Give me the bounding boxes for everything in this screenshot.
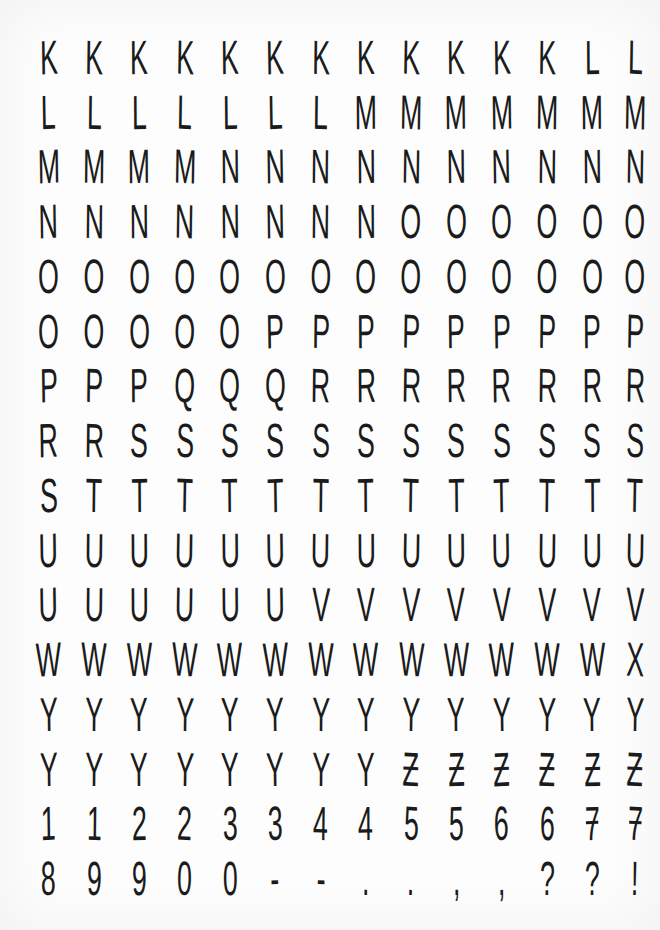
grid-cell: N <box>524 138 569 193</box>
grid-cell: U <box>253 521 298 576</box>
glyph: Y <box>130 691 148 739</box>
grid-cell: U <box>26 521 71 576</box>
glyph: Q <box>174 362 196 411</box>
grid-cell: 8 <box>26 849 71 904</box>
grid-cell: S <box>298 411 343 466</box>
glyph: ? <box>585 855 600 903</box>
glyph: V <box>626 581 645 630</box>
grid-cell: S <box>434 411 479 466</box>
grid-cell: Ƶ <box>479 740 524 795</box>
grid-cell: N <box>117 192 162 247</box>
glyph: N <box>356 143 376 191</box>
glyph: ? <box>539 855 555 904</box>
grid-cell: 0 <box>162 849 207 904</box>
glyph: Y <box>221 745 239 794</box>
grid-cell: U <box>207 521 252 576</box>
grid-cell: K <box>524 28 569 83</box>
glyph: Q <box>219 362 240 411</box>
glyph: T <box>266 471 283 520</box>
grid-cell: 4 <box>298 795 343 850</box>
glyph: Y <box>357 691 375 739</box>
grid-cell: T <box>253 466 298 521</box>
grid-cell: T <box>434 466 479 521</box>
glyph: M <box>581 88 604 136</box>
grid-cell: W <box>162 630 207 685</box>
grid-cell: , <box>479 849 524 904</box>
grid-cell: N <box>162 192 207 247</box>
glyph: T <box>86 471 103 520</box>
glyph: S <box>538 417 556 466</box>
glyph: K <box>492 33 511 82</box>
glyph: Y <box>39 690 58 739</box>
glyph: T <box>403 471 420 520</box>
glyph: M <box>83 143 106 192</box>
glyph: Y <box>266 745 285 794</box>
glyph: P <box>39 362 58 411</box>
grid-cell: R <box>524 357 569 412</box>
glyph: K <box>175 33 194 82</box>
glyph: O <box>582 198 603 246</box>
glyph: S <box>447 417 465 466</box>
grid-cell: N <box>253 138 298 193</box>
glyph: W <box>308 636 334 685</box>
grid-cell: 3 <box>253 795 298 850</box>
glyph: W <box>489 635 515 684</box>
grid-cell: O <box>655 247 660 302</box>
grid-cell: N <box>615 138 655 193</box>
grid-cell: 2 <box>162 795 207 850</box>
grid-cell: Y <box>207 740 252 795</box>
grid-cell: P <box>26 357 71 412</box>
glyph: Ƶ <box>627 745 644 794</box>
glyph: R <box>537 362 557 411</box>
grid-cell: O <box>343 247 388 302</box>
grid-cell: S <box>117 411 162 466</box>
glyph: V <box>492 581 511 630</box>
grid-cell: U <box>343 521 388 576</box>
grid-cell: W <box>26 630 71 685</box>
glyph: S <box>357 417 375 465</box>
grid-cell: S <box>253 411 298 466</box>
glyph: N <box>401 143 421 192</box>
grid-cell: M <box>479 83 524 138</box>
grid-cell: M <box>117 138 162 193</box>
grid-cell: K <box>298 28 343 83</box>
grid-cell: L <box>162 83 207 138</box>
glyph: Y <box>402 690 421 739</box>
glyph: 4 <box>358 800 373 848</box>
sticker-sheet: KKKKKKKKKKKKLLLLLLLLLLMMMMMMMMMMMMNNNNNN… <box>0 0 660 930</box>
grid-cell: R <box>71 411 116 466</box>
grid-cell: N <box>207 192 252 247</box>
grid-cell: 7 <box>570 795 615 850</box>
grid-cell: 4 <box>343 795 388 850</box>
glyph: W <box>262 635 288 684</box>
glyph: T <box>584 472 601 520</box>
glyph: O <box>446 252 467 301</box>
grid-cell: 7 <box>615 795 655 850</box>
grid-cell: W <box>389 630 434 685</box>
grid-cell: . <box>343 849 388 904</box>
glyph: K <box>447 33 465 82</box>
glyph: Ƶ <box>448 745 465 794</box>
glyph: O <box>624 197 646 246</box>
glyph: O <box>38 252 60 301</box>
glyph: S <box>583 417 601 465</box>
glyph: K <box>266 33 285 82</box>
glyph: U <box>175 526 195 575</box>
grid-cell: Y <box>343 685 388 740</box>
grid-cell: T <box>615 466 655 521</box>
grid-cell: Y <box>389 685 434 740</box>
grid-cell: P <box>479 302 524 357</box>
glyph: O <box>491 252 513 301</box>
glyph: W <box>353 636 379 685</box>
glyph: M <box>400 88 423 137</box>
grid-cell: U <box>71 521 116 576</box>
grid-cell: O <box>117 302 162 357</box>
glyph: U <box>356 526 376 574</box>
grid-cell: T <box>524 466 569 521</box>
grid-cell: S <box>207 411 252 466</box>
grid-cell: O <box>434 192 479 247</box>
grid-cell: Y <box>26 685 71 740</box>
grid-cell: , <box>434 849 479 904</box>
grid-cell: Y <box>253 685 298 740</box>
grid-cell: S <box>655 411 660 466</box>
grid-cell: U <box>655 521 660 576</box>
glyph: W <box>172 635 198 684</box>
grid-cell: M <box>655 83 660 138</box>
grid-cell: U <box>615 521 655 576</box>
grid-cell: N <box>434 138 479 193</box>
grid-cell: ? <box>524 849 569 904</box>
glyph: R <box>446 362 466 411</box>
glyph: 2 <box>132 800 147 848</box>
glyph: P <box>311 307 329 356</box>
glyph: L <box>177 88 193 137</box>
grid-cell: 9 <box>117 849 162 904</box>
grid-cell: M <box>389 83 434 138</box>
glyph: U <box>311 526 331 575</box>
grid-cell: T <box>570 466 615 521</box>
glyph: Y <box>175 745 194 794</box>
grid-cell: K <box>343 28 388 83</box>
glyph: Y <box>538 690 556 739</box>
grid-cell: V <box>655 576 660 631</box>
glyph: S <box>311 417 329 466</box>
grid-cell: 6 <box>524 795 569 850</box>
glyph: 3 <box>267 800 283 849</box>
grid-cell: K <box>479 28 524 83</box>
glyph: M <box>128 143 151 191</box>
glyph: Ƶ <box>584 745 601 793</box>
glyph: L <box>313 88 329 137</box>
grid-cell: K <box>253 28 298 83</box>
glyph: Y <box>492 690 511 739</box>
glyph: Y <box>626 690 645 739</box>
glyph: P <box>357 307 375 355</box>
grid-cell: L <box>207 83 252 138</box>
grid-cell: O <box>655 192 660 247</box>
grid-cell: ! <box>615 849 655 904</box>
glyph: O <box>264 252 286 301</box>
grid-cell: N <box>479 138 524 193</box>
glyph: 3 <box>222 800 237 848</box>
grid-cell: N <box>298 192 343 247</box>
glyph: W <box>35 635 61 684</box>
glyph: M <box>624 88 647 137</box>
grid-cell: Q <box>253 357 298 412</box>
glyph: M <box>354 88 377 136</box>
grid-cell: . <box>389 849 434 904</box>
grid-cell: U <box>570 521 615 576</box>
grid-cell: U <box>26 576 71 631</box>
grid-cell: Y <box>298 685 343 740</box>
glyph: N <box>175 198 195 247</box>
glyph: 6 <box>494 800 510 849</box>
grid-cell: U <box>162 576 207 631</box>
glyph: T <box>493 471 510 520</box>
grid-cell: K <box>26 28 71 83</box>
glyph: W <box>81 636 107 685</box>
glyph: U <box>84 526 104 575</box>
glyph: Y <box>357 745 375 793</box>
glyph: K <box>538 33 556 82</box>
grid-cell: P <box>615 302 655 357</box>
grid-cell: N <box>298 138 343 193</box>
glyph: 0 <box>177 855 193 904</box>
glyph: S <box>266 417 285 466</box>
glyph: W <box>443 636 469 685</box>
glyph: O <box>624 252 646 301</box>
glyph: U <box>401 526 421 575</box>
glyph: P <box>266 307 285 356</box>
grid-cell: L <box>117 83 162 138</box>
grid-cell: W <box>343 630 388 685</box>
glyph: U <box>175 581 195 630</box>
grid-cell: 9 <box>71 849 116 904</box>
glyph: Ƶ <box>493 745 510 794</box>
glyph: N <box>625 143 645 192</box>
glyph: O <box>83 307 104 356</box>
grid-cell: Y <box>162 685 207 740</box>
grid-cell: M <box>615 83 655 138</box>
glyph: T <box>357 472 374 520</box>
grid-cell: P <box>117 357 162 412</box>
glyph: M <box>37 143 60 192</box>
glyph: K <box>357 34 375 82</box>
grid-cell: Y <box>117 685 162 740</box>
grid-cell: N <box>389 138 434 193</box>
glyph: K <box>85 33 103 82</box>
grid-cell: W <box>524 630 569 685</box>
grid-cell: R <box>26 411 71 466</box>
glyph: M <box>173 143 196 192</box>
glyph: 9 <box>132 855 147 903</box>
grid-cell: M <box>343 83 388 138</box>
grid-cell: 5 <box>389 795 434 850</box>
grid-cell: K <box>207 28 252 83</box>
grid-cell: L <box>570 28 615 83</box>
grid-cell: 3 <box>207 795 252 850</box>
grid-cell: R <box>298 357 343 412</box>
glyph: O <box>219 252 240 301</box>
glyph: Y <box>175 690 194 739</box>
grid-cell: K <box>117 28 162 83</box>
glyph: S <box>626 417 645 466</box>
glyph: P <box>583 307 601 355</box>
glyph: V <box>583 581 601 629</box>
grid-cell: K <box>162 28 207 83</box>
glyph: N <box>582 143 602 191</box>
grid-cell: R <box>615 357 655 412</box>
grid-cell: ? <box>570 849 615 904</box>
grid-cell: R <box>434 357 479 412</box>
grid-cell: Y <box>655 685 660 740</box>
glyph: N <box>446 143 466 192</box>
grid-cell: L <box>71 83 116 138</box>
grid-cell: K <box>71 28 116 83</box>
grid-cell: L <box>26 83 71 138</box>
grid-cell: Ƶ <box>570 740 615 795</box>
grid-cell: K <box>434 28 479 83</box>
grid-cell: U <box>298 521 343 576</box>
glyph: Y <box>447 690 465 739</box>
grid-cell: - <box>253 849 298 904</box>
grid-cell: V <box>524 576 569 631</box>
glyph: T <box>131 472 148 520</box>
grid-cell: O <box>162 247 207 302</box>
glyph: P <box>85 362 103 411</box>
glyph: W <box>579 636 605 685</box>
glyph: P <box>402 307 421 356</box>
glyph: - <box>270 855 280 903</box>
grid-cell: V <box>343 576 388 631</box>
glyph: 1 <box>86 800 102 849</box>
grid-cell: O <box>71 247 116 302</box>
grid-cell: P <box>253 302 298 357</box>
glyph: T <box>448 471 465 520</box>
grid-cell: Ƶ <box>615 740 655 795</box>
grid-cell: Y <box>26 740 71 795</box>
grid-cell: N <box>343 192 388 247</box>
grid-cell: P <box>570 302 615 357</box>
grid-cell: M <box>71 138 116 193</box>
grid-cell: O <box>389 192 434 247</box>
glyph: K <box>130 34 148 82</box>
grid-cell: N <box>655 138 660 193</box>
grid-cell: R <box>389 357 434 412</box>
grid-cell: N <box>570 138 615 193</box>
glyph: Y <box>311 690 329 739</box>
glyph: N <box>356 198 376 246</box>
glyph: L <box>86 88 102 137</box>
glyph: S <box>221 417 239 466</box>
grid-cell: U <box>162 521 207 576</box>
grid-cell: P <box>298 302 343 357</box>
glyph: S <box>39 471 58 520</box>
grid-cell: U <box>117 521 162 576</box>
glyph: S <box>402 417 421 466</box>
glyph: 0 <box>222 855 237 903</box>
grid-cell: Q <box>162 357 207 412</box>
letter-grid: KKKKKKKKKKKKLLLLLLLLLLMMMMMMMMMMMMNNNNNN… <box>26 28 634 904</box>
glyph: R <box>625 362 645 411</box>
glyph: S <box>130 417 148 465</box>
glyph: N <box>265 143 285 192</box>
grid-cell: M <box>434 83 479 138</box>
glyph: M <box>536 88 559 137</box>
grid-cell: P <box>524 302 569 357</box>
glyph: U <box>220 581 240 630</box>
grid-cell: K <box>389 28 434 83</box>
grid-cell: O <box>524 247 569 302</box>
glyph: T <box>539 471 556 520</box>
grid-cell: ! <box>655 849 660 904</box>
grid-cell: U <box>479 521 524 576</box>
glyph: O <box>310 252 331 301</box>
grid-cell: L <box>655 28 660 83</box>
glyph: R <box>492 362 512 411</box>
glyph: M <box>490 88 513 137</box>
grid-cell: W <box>570 630 615 685</box>
grid-cell: T <box>343 466 388 521</box>
grid-cell: U <box>524 521 569 576</box>
glyph: 8 <box>41 855 57 904</box>
grid-cell: U <box>389 521 434 576</box>
grid-cell: Ƶ <box>389 740 434 795</box>
grid-cell: O <box>207 302 252 357</box>
grid-cell: O <box>479 192 524 247</box>
grid-cell: O <box>26 247 71 302</box>
grid-cell: 8 <box>655 795 660 850</box>
glyph: U <box>38 526 58 575</box>
grid-cell: O <box>479 247 524 302</box>
grid-cell: - <box>298 849 343 904</box>
grid-cell: R <box>655 357 660 412</box>
grid-cell: L <box>253 83 298 138</box>
grid-cell: V <box>479 576 524 631</box>
grid-cell: W <box>298 630 343 685</box>
grid-cell: U <box>71 576 116 631</box>
grid-cell: S <box>26 466 71 521</box>
glyph: L <box>222 88 237 136</box>
glyph: , <box>498 855 506 903</box>
glyph: 4 <box>313 800 329 849</box>
glyph: Y <box>85 745 103 794</box>
glyph: T <box>176 471 193 520</box>
grid-cell: T <box>479 466 524 521</box>
grid-cell: M <box>26 138 71 193</box>
glyph: N <box>129 198 149 246</box>
grid-cell: W <box>71 630 116 685</box>
grid-cell: W <box>479 630 524 685</box>
grid-cell: M <box>570 83 615 138</box>
grid-cell: S <box>570 411 615 466</box>
glyph: O <box>400 197 422 246</box>
glyph: N <box>311 143 331 192</box>
glyph: T <box>221 471 238 520</box>
grid-cell: T <box>655 466 660 521</box>
glyph: W <box>126 636 152 685</box>
glyph: P <box>538 307 556 356</box>
grid-cell: N <box>26 192 71 247</box>
grid-cell: M <box>162 138 207 193</box>
glyph: R <box>356 362 376 410</box>
glyph: N <box>537 143 557 192</box>
grid-cell: Ƶ <box>524 740 569 795</box>
